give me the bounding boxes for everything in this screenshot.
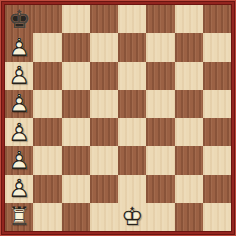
white-pawn-piece[interactable]: ♟♙ [5,62,33,90]
square-d6[interactable] [90,62,118,90]
square-a7[interactable]: ♟♙ [5,33,33,61]
piece-outline-glyph: ♙ [5,118,33,146]
square-h6[interactable] [203,62,231,90]
square-e4[interactable] [118,118,146,146]
square-b3[interactable] [33,146,61,174]
square-a5[interactable]: ♟♙ [5,90,33,118]
white-pawn-piece[interactable]: ♟♙ [5,146,33,174]
square-h3[interactable] [203,146,231,174]
square-f7[interactable] [146,33,174,61]
square-g3[interactable] [175,146,203,174]
square-d3[interactable] [90,146,118,174]
square-c2[interactable] [62,175,90,203]
square-f1[interactable] [146,203,174,231]
piece-outline-glyph: ♙ [5,33,33,61]
piece-outline-glyph: ♙ [5,62,33,90]
square-f8[interactable] [146,5,174,33]
piece-outline-glyph: ♔ [118,203,146,231]
square-c4[interactable] [62,118,90,146]
square-h8[interactable] [203,5,231,33]
square-e1[interactable]: ♚♔ [118,203,146,231]
piece-outline-glyph: ♔ [5,5,33,33]
square-d5[interactable] [90,90,118,118]
white-pawn-piece[interactable]: ♟♙ [5,33,33,61]
square-c3[interactable] [62,146,90,174]
square-a1[interactable]: ♜♖ [5,203,33,231]
square-g5[interactable] [175,90,203,118]
square-h5[interactable] [203,90,231,118]
square-e2[interactable] [118,175,146,203]
piece-outline-glyph: ♙ [5,90,33,118]
square-f4[interactable] [146,118,174,146]
square-d8[interactable] [90,5,118,33]
square-f6[interactable] [146,62,174,90]
square-e5[interactable] [118,90,146,118]
square-h1[interactable] [203,203,231,231]
square-d4[interactable] [90,118,118,146]
square-g1[interactable] [175,203,203,231]
chess-board: ♚♔♟♙♟♙♟♙♟♙♟♙♟♙♜♖♚♔ [5,5,231,231]
square-f2[interactable] [146,175,174,203]
square-a4[interactable]: ♟♙ [5,118,33,146]
black-king-piece[interactable]: ♚♔ [5,5,33,33]
square-c8[interactable] [62,5,90,33]
square-b1[interactable] [33,203,61,231]
square-b8[interactable] [33,5,61,33]
square-g6[interactable] [175,62,203,90]
square-b7[interactable] [33,33,61,61]
white-pawn-piece[interactable]: ♟♙ [5,118,33,146]
square-d7[interactable] [90,33,118,61]
square-b5[interactable] [33,90,61,118]
white-rook-piece[interactable]: ♜♖ [5,203,33,231]
piece-outline-glyph: ♙ [5,175,33,203]
board-frame: ♚♔♟♙♟♙♟♙♟♙♟♙♟♙♜♖♚♔ [0,0,236,236]
white-pawn-piece[interactable]: ♟♙ [5,175,33,203]
square-c7[interactable] [62,33,90,61]
square-b6[interactable] [33,62,61,90]
square-h4[interactable] [203,118,231,146]
square-g2[interactable] [175,175,203,203]
square-h7[interactable] [203,33,231,61]
square-c1[interactable] [62,203,90,231]
square-a8[interactable]: ♚♔ [5,5,33,33]
square-a3[interactable]: ♟♙ [5,146,33,174]
square-h2[interactable] [203,175,231,203]
piece-outline-glyph: ♖ [5,203,33,231]
square-c5[interactable] [62,90,90,118]
square-d2[interactable] [90,175,118,203]
white-pawn-piece[interactable]: ♟♙ [5,90,33,118]
square-a6[interactable]: ♟♙ [5,62,33,90]
piece-outline-glyph: ♙ [5,146,33,174]
square-c6[interactable] [62,62,90,90]
square-b2[interactable] [33,175,61,203]
square-e8[interactable] [118,5,146,33]
square-e3[interactable] [118,146,146,174]
square-e6[interactable] [118,62,146,90]
square-f3[interactable] [146,146,174,174]
square-a2[interactable]: ♟♙ [5,175,33,203]
square-e7[interactable] [118,33,146,61]
square-g7[interactable] [175,33,203,61]
square-d1[interactable] [90,203,118,231]
square-b4[interactable] [33,118,61,146]
square-f5[interactable] [146,90,174,118]
square-g4[interactable] [175,118,203,146]
square-g8[interactable] [175,5,203,33]
white-king-piece[interactable]: ♚♔ [118,203,146,231]
